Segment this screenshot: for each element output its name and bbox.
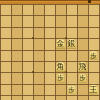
board-cell-5x4[interactable] <box>44 38 55 49</box>
board-cell-3x2[interactable] <box>66 15 77 26</box>
board-cell-6x1[interactable] <box>33 4 44 15</box>
board-cell-9x5[interactable] <box>0 50 11 61</box>
board-cell-6x5[interactable] <box>33 50 44 61</box>
board-cell-3x5[interactable] <box>66 50 77 61</box>
board-cell-4x9[interactable] <box>55 95 66 100</box>
board-cell-6x7[interactable] <box>33 72 44 83</box>
board-cell-8x9[interactable] <box>11 95 22 100</box>
board-cell-6x4[interactable] <box>33 38 44 49</box>
board-cell-5x9[interactable] <box>44 95 55 100</box>
board-cell-9x1[interactable] <box>0 4 11 15</box>
board-cell-6x6[interactable] <box>33 61 44 72</box>
board-cell-5x2[interactable] <box>44 15 55 26</box>
board-cell-2x9[interactable] <box>77 95 88 100</box>
board-cell-7x9[interactable] <box>22 95 33 100</box>
board-cell-1x1[interactable] <box>88 4 99 15</box>
board-cell-5x1[interactable] <box>44 4 55 15</box>
board-cell-6x9[interactable] <box>33 95 44 100</box>
board-cell-8x8[interactable] <box>11 84 22 95</box>
star-point <box>65 37 67 39</box>
board-cell-7x2[interactable] <box>22 15 33 26</box>
board-cell-2x3[interactable] <box>77 27 88 38</box>
board-cell-4x1[interactable] <box>55 4 66 15</box>
board-cell-9x6[interactable] <box>0 61 11 72</box>
frame-notch <box>88 0 91 3</box>
board-cell-5x3[interactable] <box>44 27 55 38</box>
board-cell-5x7[interactable] <box>44 72 55 83</box>
board-cell-7x7[interactable] <box>22 72 33 83</box>
board-cell-7x8[interactable] <box>22 84 33 95</box>
board-cell-5x8[interactable] <box>44 84 55 95</box>
board-cell-1x2[interactable] <box>88 15 99 26</box>
board-cell-9x2[interactable] <box>0 15 11 26</box>
board-cell-9x7[interactable] <box>0 72 11 83</box>
shogi-app-screen: 金銀歩角飛歩歩歩王 <box>0 0 100 100</box>
shogi-board: 金銀歩角飛歩歩歩王 <box>0 4 100 100</box>
board-cell-8x5[interactable] <box>11 50 22 61</box>
board-cell-7x5[interactable] <box>22 50 33 61</box>
board-cell-7x1[interactable] <box>22 4 33 15</box>
board-cell-3x9[interactable] <box>66 95 77 100</box>
board-cell-1x4[interactable] <box>88 38 99 49</box>
board-cell-4x5[interactable] <box>55 50 66 61</box>
board-cell-2x5[interactable] <box>77 50 88 61</box>
board-cell-2x8[interactable] <box>77 84 88 95</box>
board-cell-5x6[interactable] <box>44 61 55 72</box>
board-cell-3x1[interactable] <box>66 4 77 15</box>
board-cell-3x7[interactable] <box>66 72 77 83</box>
board-cell-3x3[interactable] <box>66 27 77 38</box>
star-point <box>32 37 34 39</box>
board-cell-4x2[interactable] <box>55 15 66 26</box>
board-cell-3x6[interactable] <box>66 61 77 72</box>
board-frame-top <box>0 0 100 4</box>
board-cell-9x8[interactable] <box>0 84 11 95</box>
board-cell-5x5[interactable] <box>44 50 55 61</box>
board-cell-8x7[interactable] <box>11 72 22 83</box>
board-cell-7x4[interactable] <box>22 38 33 49</box>
board-cell-1x3[interactable] <box>88 27 99 38</box>
board-cell-2x2[interactable] <box>77 15 88 26</box>
board-grid <box>0 4 99 100</box>
board-cell-6x3[interactable] <box>33 27 44 38</box>
board-cell-8x4[interactable] <box>11 38 22 49</box>
board-cell-9x3[interactable] <box>0 27 11 38</box>
board-cell-8x1[interactable] <box>11 4 22 15</box>
board-cell-9x4[interactable] <box>0 38 11 49</box>
board-cell-1x6[interactable] <box>88 61 99 72</box>
board-cell-9x9[interactable] <box>0 95 11 100</box>
star-point <box>65 71 67 73</box>
board-cell-8x3[interactable] <box>11 27 22 38</box>
board-cell-7x6[interactable] <box>22 61 33 72</box>
board-cell-8x6[interactable] <box>11 61 22 72</box>
board-cell-4x8[interactable] <box>55 84 66 95</box>
board-cell-6x8[interactable] <box>33 84 44 95</box>
board-cell-8x2[interactable] <box>11 15 22 26</box>
board-cell-2x4[interactable] <box>77 38 88 49</box>
board-cell-6x2[interactable] <box>33 15 44 26</box>
board-cell-1x9[interactable] <box>88 95 99 100</box>
board-cell-1x7[interactable] <box>88 72 99 83</box>
star-point <box>32 71 34 73</box>
board-cell-2x1[interactable] <box>77 4 88 15</box>
